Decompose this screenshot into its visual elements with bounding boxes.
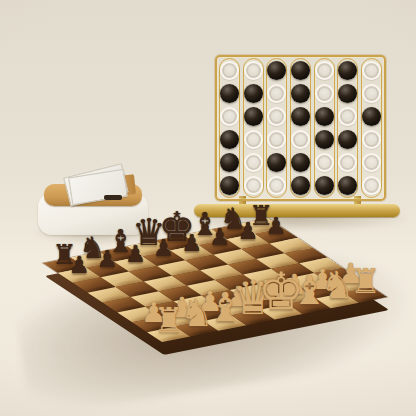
c4-disc-clear: [267, 107, 286, 126]
connect-four-column: [361, 58, 382, 198]
c4-disc-black: [315, 107, 334, 126]
chess-piece-dark-pawn: ♟: [238, 220, 259, 243]
c4-disc-clear: [267, 130, 286, 149]
c4-disc-black: [291, 61, 310, 80]
c4-disc-black: [291, 176, 310, 195]
tabletop-scene: ♜♞♝♛♚♝♞♜♟♟♟♟♟♟♟♟♟♟♟♟♟♟♟♟♜♞♝♛♚♝♞♜: [0, 0, 416, 416]
c4-disc-clear: [362, 84, 381, 103]
c4-disc-black: [315, 130, 334, 149]
chess-piece-dark-pawn: ♟: [266, 215, 287, 238]
c4-disc-clear: [244, 176, 263, 195]
c4-disc-clear: [362, 176, 381, 195]
c4-disc-black: [244, 84, 263, 103]
connect-four-column: [337, 58, 358, 198]
connect-four-column: [290, 58, 311, 198]
chess-piece-dark-pawn: ♟: [69, 254, 90, 277]
c4-disc-black: [291, 153, 310, 172]
connect-four-column: [243, 58, 264, 198]
c4-disc-clear: [244, 130, 263, 149]
chess-piece-light-rook: ♜: [350, 264, 381, 298]
c4-disc-black: [244, 107, 263, 126]
c4-disc-black: [220, 84, 239, 103]
c4-disc-black: [220, 153, 239, 172]
c4-disc-black: [338, 130, 357, 149]
c4-disc-clear: [244, 61, 263, 80]
connect-four-rack: [215, 55, 386, 201]
c4-disc-black: [220, 130, 239, 149]
c4-disc-clear: [244, 153, 263, 172]
connect-four-column: [266, 58, 287, 198]
c4-disc-black: [267, 153, 286, 172]
card-box-slot: [104, 195, 122, 200]
chess-piece-dark-pawn: ♟: [125, 243, 146, 266]
c4-disc-clear: [315, 61, 334, 80]
chess-piece-dark-pawn: ♟: [153, 237, 174, 260]
c4-disc-clear: [315, 153, 334, 172]
c4-disc-clear: [267, 84, 286, 103]
c4-disc-clear: [220, 61, 239, 80]
chess-piece-dark-pawn: ♟: [210, 226, 231, 249]
c4-disc-black: [291, 107, 310, 126]
c4-disc-black: [291, 84, 310, 103]
c4-disc-clear: [338, 107, 357, 126]
c4-disc-black: [338, 61, 357, 80]
c4-disc-black: [220, 176, 239, 195]
c4-disc-clear: [362, 153, 381, 172]
c4-disc-clear: [362, 130, 381, 149]
c4-disc-clear: [291, 130, 310, 149]
chess-piece-dark-pawn: ♟: [97, 248, 118, 271]
c4-disc-black: [338, 84, 357, 103]
c4-disc-black: [315, 176, 334, 195]
c4-disc-clear: [220, 107, 239, 126]
chess-piece-dark-pawn: ♟: [181, 231, 202, 254]
connect-four-column: [314, 58, 335, 198]
c4-disc-clear: [267, 176, 286, 195]
c4-disc-clear: [338, 153, 357, 172]
connect-four-column: [219, 58, 240, 198]
c4-disc-black: [338, 176, 357, 195]
c4-disc-clear: [362, 61, 381, 80]
c4-disc-clear: [315, 84, 334, 103]
c4-disc-black: [267, 61, 286, 80]
c4-disc-black: [362, 107, 381, 126]
